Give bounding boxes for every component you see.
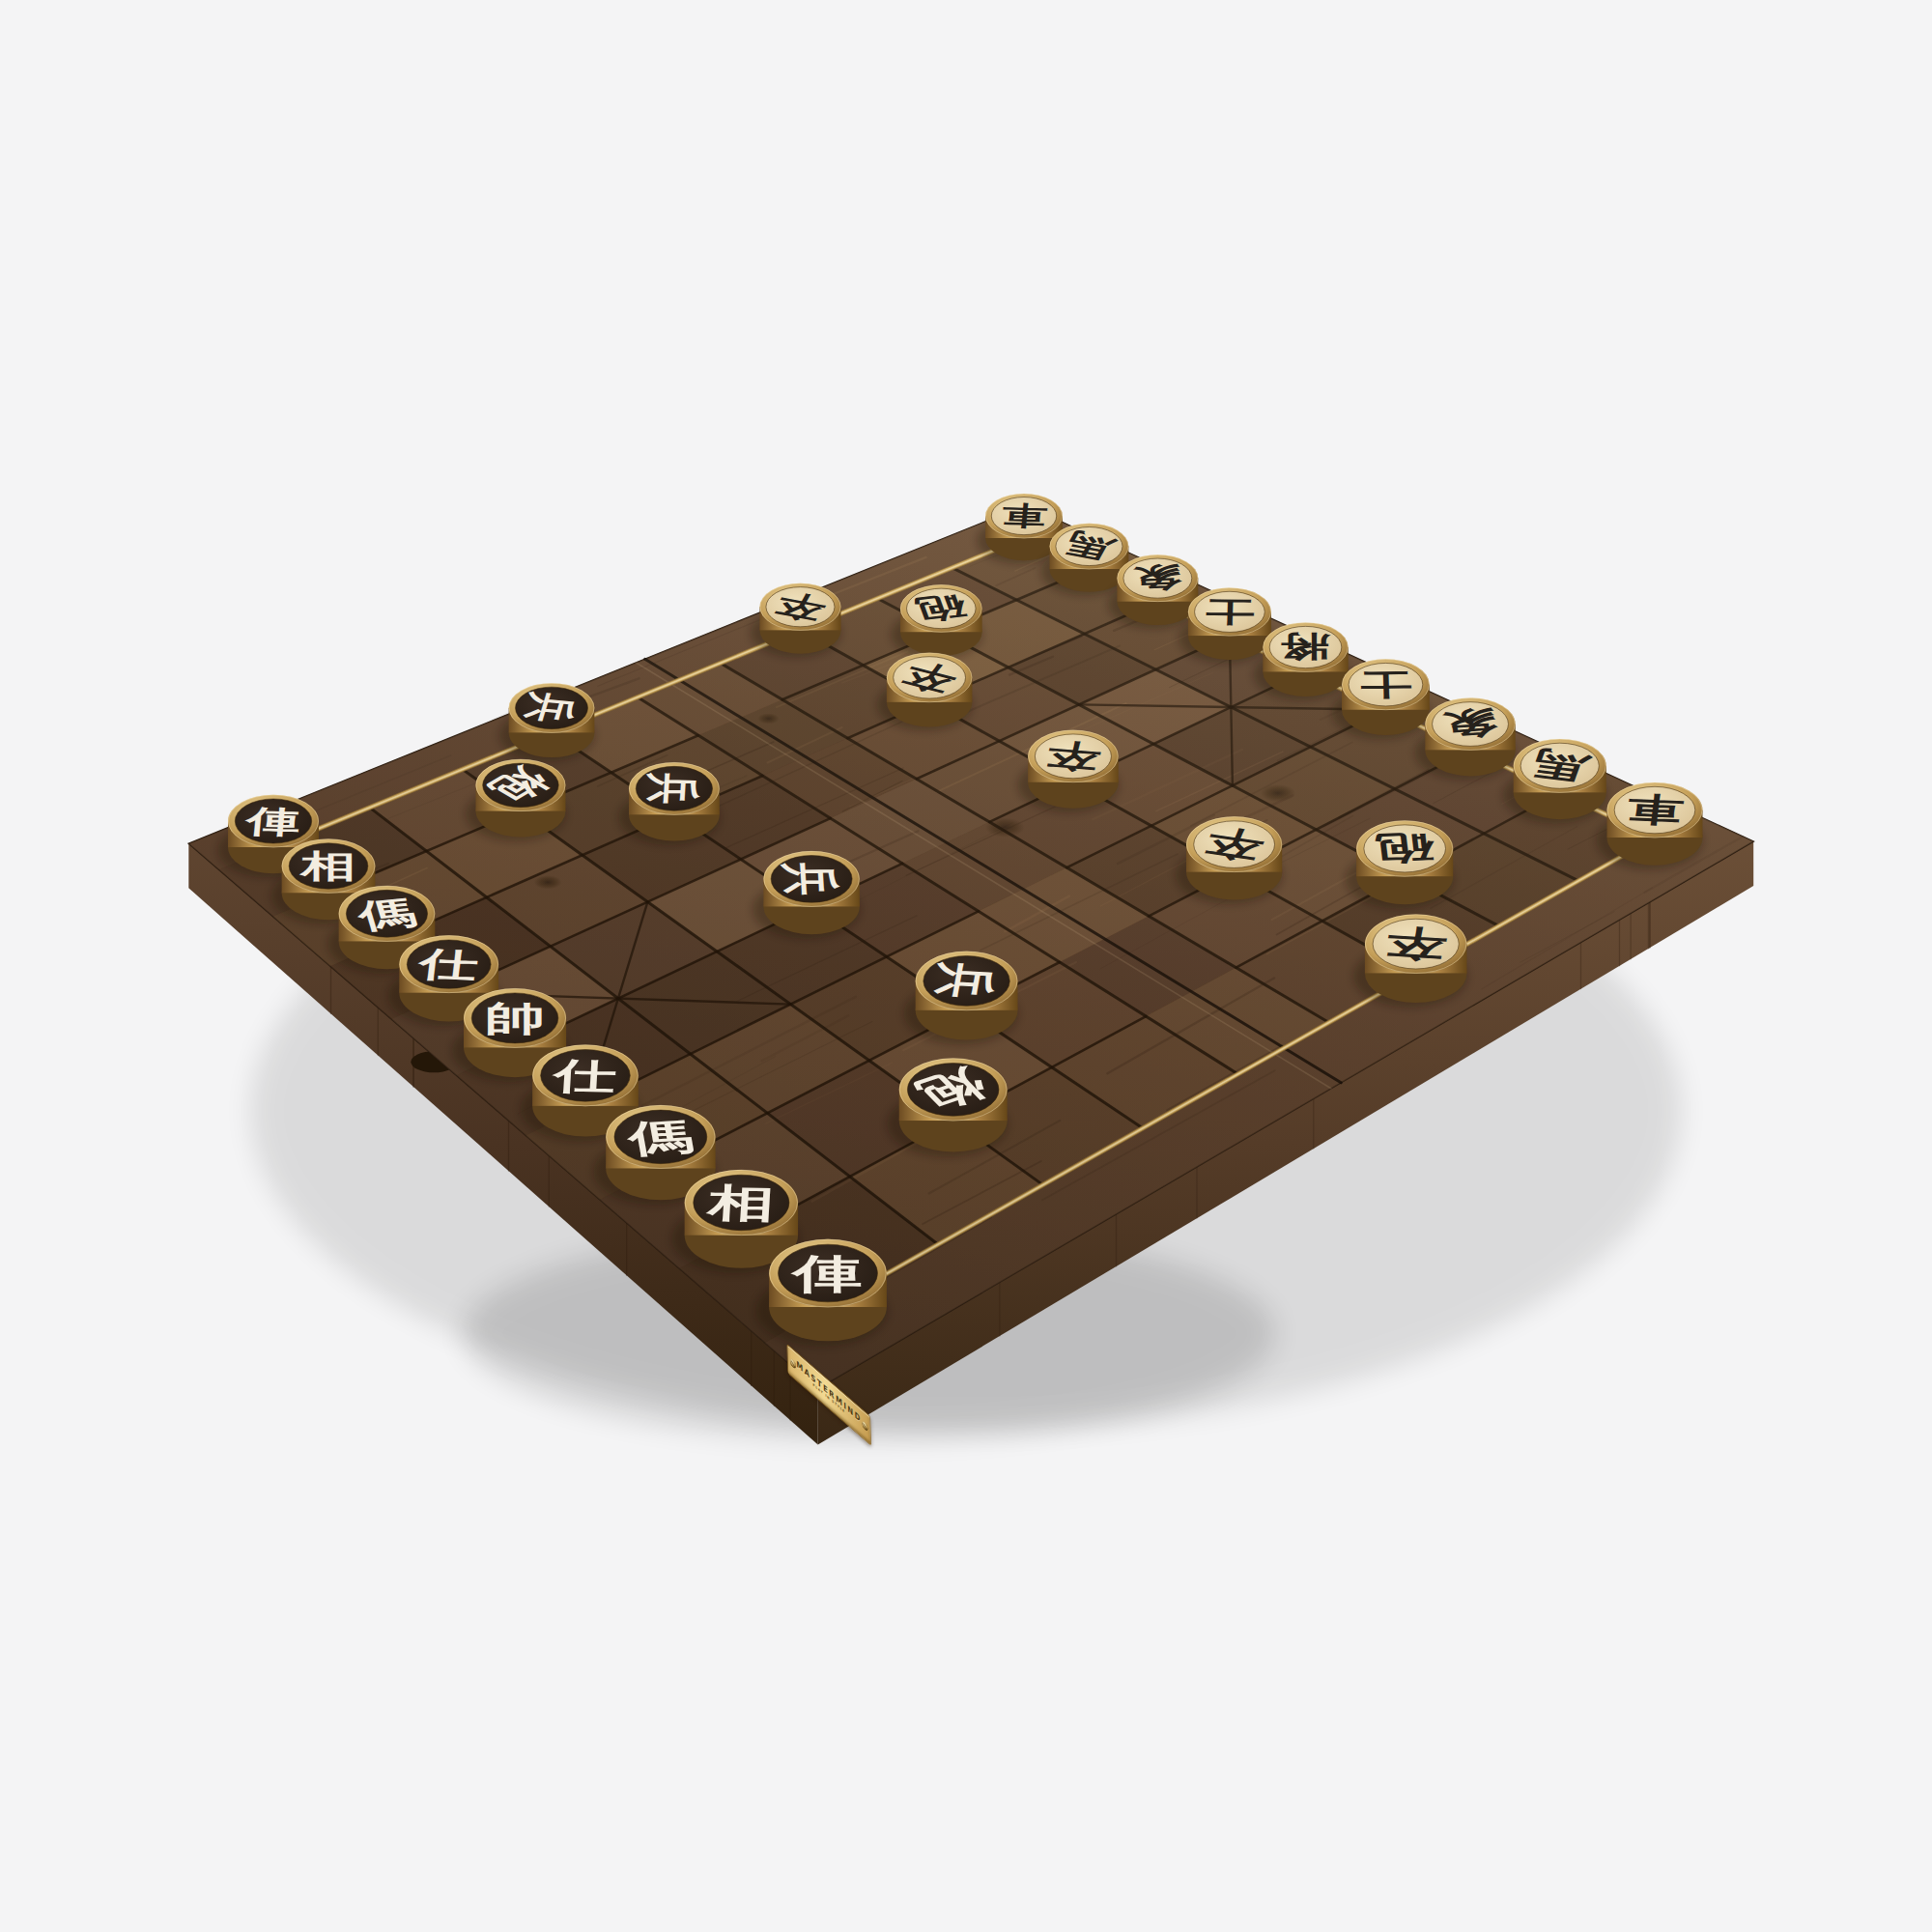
svg-text:車: 車 <box>1000 499 1049 531</box>
svg-text:俥: 俥 <box>789 1251 862 1297</box>
svg-text:兵: 兵 <box>518 690 585 725</box>
product-photo-scene: 車 馬 象 卒 砲 士 將 卒 士 兵 象 卒 馬 炮 兵 車 俥 卒 砲 相 … <box>0 0 1932 1932</box>
svg-text:兵: 兵 <box>641 772 706 805</box>
svg-text:仕: 仕 <box>415 944 481 986</box>
svg-text:象: 象 <box>1131 560 1184 595</box>
svg-text:士: 士 <box>1359 667 1413 702</box>
screw-icon <box>862 1420 867 1433</box>
piece-dark-soldier-a4[interactable]: 兵 <box>499 683 595 761</box>
svg-text:卒: 卒 <box>1042 736 1105 777</box>
svg-text:帥: 帥 <box>485 999 546 1039</box>
svg-text:相: 相 <box>704 1179 776 1226</box>
svg-text:俥: 俥 <box>242 803 301 840</box>
svg-text:傌: 傌 <box>622 1114 696 1161</box>
svg-text:車: 車 <box>1625 789 1687 829</box>
piece-light-soldier-a7[interactable]: 卒 <box>751 583 841 658</box>
svg-text:士: 士 <box>1205 594 1255 628</box>
svg-text:將: 將 <box>1280 630 1331 664</box>
svg-text:相: 相 <box>298 848 356 885</box>
svg-text:象: 象 <box>1440 703 1502 743</box>
xiangqi-board: 車 馬 象 卒 砲 士 將 卒 士 兵 象 卒 馬 炮 兵 車 俥 卒 砲 相 … <box>0 0 1932 1932</box>
svg-text:砲: 砲 <box>1373 828 1437 868</box>
svg-text:兵: 兵 <box>777 861 845 895</box>
svg-text:卒: 卒 <box>1382 922 1449 965</box>
svg-text:仕: 仕 <box>551 1054 618 1097</box>
svg-text:兵: 兵 <box>927 960 1003 1000</box>
